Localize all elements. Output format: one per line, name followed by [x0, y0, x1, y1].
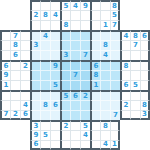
- cell-r10c12[interactable]: [110, 90, 120, 100]
- cell-r10c6[interactable]: [50, 90, 60, 100]
- cell-r11c9[interactable]: [80, 100, 90, 110]
- cell-r9c9[interactable]: [80, 80, 90, 90]
- given-digit-r14c5[interactable]: 5: [40, 130, 50, 140]
- void-corner: [20, 0, 30, 10]
- cell-r7c5[interactable]: [40, 60, 50, 70]
- void-corner: [0, 130, 10, 140]
- given-digit-r2c4[interactable]: 2: [30, 10, 40, 20]
- cell-r9c3[interactable]: [20, 80, 30, 90]
- cell-r3c10[interactable]: [90, 20, 100, 30]
- cell-r7c12[interactable]: [110, 60, 120, 70]
- given-digit-r12c12[interactable]: 7: [110, 110, 120, 120]
- cell-r11c10[interactable]: [90, 100, 100, 110]
- given-digit-r3c11[interactable]: 1: [100, 20, 110, 30]
- cell-r12c7[interactable]: [60, 110, 70, 120]
- void-corner: [20, 120, 30, 130]
- void-corner: [20, 140, 30, 150]
- cell-r6c6[interactable]: [50, 50, 60, 60]
- cell-r10c15[interactable]: [140, 90, 150, 100]
- given-digit-r12c1[interactable]: 7: [0, 110, 10, 120]
- given-digit-r1c8[interactable]: 4: [70, 0, 80, 10]
- cell-r6c5[interactable]: [40, 50, 50, 60]
- cell-r12c8[interactable]: [70, 110, 80, 120]
- given-digit-r6c2[interactable]: 6: [10, 50, 20, 60]
- given-digit-r9c14[interactable]: 5: [130, 80, 140, 90]
- cell-r13c8[interactable]: [70, 120, 80, 130]
- cell-r8c5[interactable]: [40, 70, 50, 80]
- void-corner: [0, 10, 10, 20]
- void-corner: [0, 20, 10, 30]
- cell-r2c7[interactable]: [60, 10, 70, 20]
- cell-r4c12[interactable]: [110, 30, 120, 40]
- cell-r4c4[interactable]: [30, 30, 40, 40]
- cell-r9c12[interactable]: [110, 80, 120, 90]
- cell-r6c8[interactable]: [70, 50, 80, 60]
- cell-r4c10[interactable]: [90, 30, 100, 40]
- cell-r2c8[interactable]: [70, 10, 80, 20]
- cell-r13c5[interactable]: [40, 120, 50, 130]
- given-digit-r5c2[interactable]: 8: [10, 40, 20, 50]
- cell-r8c15[interactable]: [140, 70, 150, 80]
- cell-r10c2[interactable]: [10, 90, 20, 100]
- given-digit-r15c12[interactable]: 1: [110, 140, 120, 150]
- cell-r8c14[interactable]: [130, 70, 140, 80]
- given-digit-r5c4[interactable]: 3: [30, 40, 40, 50]
- given-digit-r3c12[interactable]: 7: [110, 20, 120, 30]
- cell-r5c8[interactable]: [70, 40, 80, 50]
- given-digit-r1c12[interactable]: 8: [110, 0, 120, 10]
- cell-r11c2[interactable]: [10, 100, 20, 110]
- cell-r11c4[interactable]: [30, 100, 40, 110]
- void-corner: [0, 120, 10, 130]
- cell-r6c12[interactable]: [110, 50, 120, 60]
- cell-r4c3[interactable]: [20, 30, 30, 40]
- cell-r4c6[interactable]: [50, 30, 60, 40]
- given-digit-r12c3[interactable]: 6: [20, 110, 30, 120]
- cell-r11c7[interactable]: [60, 100, 70, 110]
- given-digit-r7c1[interactable]: 6: [0, 60, 10, 70]
- cell-r5c3[interactable]: [20, 40, 30, 50]
- given-digit-r6c7[interactable]: 3: [60, 50, 70, 60]
- cell-r1c10[interactable]: [90, 0, 100, 10]
- cell-r3c9[interactable]: [80, 20, 90, 30]
- given-digit-r8c10[interactable]: 8: [90, 70, 100, 80]
- given-digit-r8c8[interactable]: 7: [70, 70, 80, 80]
- given-digit-r12c2[interactable]: 2: [10, 110, 20, 120]
- cell-r7c15[interactable]: [140, 60, 150, 70]
- cell-r12c14[interactable]: [130, 110, 140, 120]
- void-corner: [130, 130, 140, 140]
- cell-r8c9[interactable]: [80, 70, 90, 80]
- cell-r5c7[interactable]: [60, 40, 70, 50]
- void-corner: [10, 130, 20, 140]
- cell-r14c11[interactable]: [100, 130, 110, 140]
- given-digit-r9c10[interactable]: 1: [90, 80, 100, 90]
- cell-r4c9[interactable]: [80, 30, 90, 40]
- given-digit-r4c5[interactable]: 4: [40, 30, 50, 40]
- given-digit-r13c7[interactable]: 2: [60, 120, 70, 130]
- given-digit-r5c14[interactable]: 7: [130, 40, 140, 50]
- cell-r14c8[interactable]: [70, 130, 80, 140]
- cell-r11c11[interactable]: [100, 100, 110, 110]
- void-corner: [130, 140, 140, 150]
- cell-r8c3[interactable]: [20, 70, 30, 80]
- given-digit-r4c13[interactable]: 4: [120, 30, 130, 40]
- void-corner: [10, 140, 20, 150]
- sudoku-board: 5498284581774486838763746296897815165562…: [0, 0, 150, 150]
- cell-r3c6[interactable]: [50, 20, 60, 30]
- cell-r4c11[interactable]: [100, 30, 110, 40]
- given-digit-r13c11[interactable]: 8: [100, 120, 110, 130]
- cell-r7c7[interactable]: [60, 60, 70, 70]
- given-digit-r15c11[interactable]: 4: [100, 140, 110, 150]
- cell-r2c9[interactable]: [80, 10, 90, 20]
- cell-r11c12[interactable]: [110, 100, 120, 110]
- void-corner: [130, 20, 140, 30]
- void-corner: [10, 10, 20, 20]
- cell-r14c12[interactable]: [110, 130, 120, 140]
- void-corner: [120, 130, 130, 140]
- void-corner: [140, 10, 150, 20]
- void-corner: [10, 0, 20, 10]
- void-corner: [0, 0, 10, 10]
- given-digit-r6c11[interactable]: 4: [100, 50, 110, 60]
- cell-r12c11[interactable]: [100, 110, 110, 120]
- given-digit-r2c12[interactable]: 5: [110, 10, 120, 20]
- cell-r9c5[interactable]: [40, 80, 50, 90]
- given-digit-r6c9[interactable]: 7: [80, 50, 90, 60]
- cell-r4c1[interactable]: [0, 30, 10, 40]
- cell-r15c9[interactable]: [80, 140, 90, 150]
- cell-r14c10[interactable]: [90, 130, 100, 140]
- void-corner: [140, 120, 150, 130]
- given-digit-r14c9[interactable]: 4: [80, 130, 90, 140]
- cell-r6c1[interactable]: [0, 50, 10, 60]
- cell-r15c8[interactable]: [70, 140, 80, 150]
- cell-r10c13[interactable]: [120, 90, 130, 100]
- cell-r10c10[interactable]: [90, 90, 100, 100]
- cell-r8c13[interactable]: [120, 70, 130, 80]
- cell-r11c14[interactable]: [130, 100, 140, 110]
- void-corner: [130, 10, 140, 20]
- cell-r15c5[interactable]: [40, 140, 50, 150]
- given-digit-r9c1[interactable]: 1: [0, 80, 10, 90]
- cell-r15c7[interactable]: [60, 140, 70, 150]
- cell-r3c8[interactable]: [70, 20, 80, 30]
- given-digit-r1c9[interactable]: 9: [80, 0, 90, 10]
- cell-r5c15[interactable]: [140, 40, 150, 50]
- given-digit-r7c6[interactable]: 9: [50, 60, 60, 70]
- cell-r10c1[interactable]: [0, 90, 10, 100]
- cell-r7c11[interactable]: [100, 60, 110, 70]
- cell-r5c13[interactable]: [120, 40, 130, 50]
- cell-r13c10[interactable]: [90, 120, 100, 130]
- cell-r10c14[interactable]: [130, 90, 140, 100]
- given-digit-r13c9[interactable]: 5: [80, 120, 90, 130]
- void-corner: [120, 120, 130, 130]
- given-digit-r2c6[interactable]: 4: [50, 10, 60, 20]
- cell-r12c9[interactable]: [80, 110, 90, 120]
- given-digit-r10c9[interactable]: 2: [80, 90, 90, 100]
- given-digit-r15c4[interactable]: 6: [30, 140, 40, 150]
- cell-r4c7[interactable]: [60, 30, 70, 40]
- void-corner: [140, 20, 150, 30]
- given-digit-r5c11[interactable]: 8: [100, 40, 110, 50]
- given-digit-r13c4[interactable]: 3: [30, 120, 40, 130]
- given-digit-r4c15[interactable]: 6: [140, 30, 150, 40]
- cell-r9c8[interactable]: [70, 80, 80, 90]
- cell-r13c6[interactable]: [50, 120, 60, 130]
- cell-r6c14[interactable]: [130, 50, 140, 60]
- given-digit-r10c7[interactable]: 5: [60, 90, 70, 100]
- cell-r8c2[interactable]: [10, 70, 20, 80]
- cell-r10c5[interactable]: [40, 90, 50, 100]
- cell-r4c8[interactable]: [70, 30, 80, 40]
- cell-r6c4[interactable]: [30, 50, 40, 60]
- void-corner: [10, 120, 20, 130]
- cell-r6c3[interactable]: [20, 50, 30, 60]
- cell-r14c7[interactable]: [60, 130, 70, 140]
- void-corner: [120, 10, 130, 20]
- cell-r6c13[interactable]: [120, 50, 130, 60]
- cell-r14c6[interactable]: [50, 130, 60, 140]
- cell-r8c11[interactable]: [100, 70, 110, 80]
- cell-r9c15[interactable]: [140, 80, 150, 90]
- cell-r9c11[interactable]: [100, 80, 110, 90]
- void-corner: [140, 0, 150, 10]
- cell-r10c3[interactable]: [20, 90, 30, 100]
- given-digit-r8c1[interactable]: 9: [0, 70, 10, 80]
- cell-r1c6[interactable]: [50, 0, 60, 10]
- given-digit-r11c3[interactable]: 4: [20, 100, 30, 110]
- cell-r10c4[interactable]: [30, 90, 40, 100]
- given-digit-r11c15[interactable]: 8: [140, 100, 150, 110]
- void-corner: [140, 140, 150, 150]
- cell-r12c13[interactable]: [120, 110, 130, 120]
- cell-r10c11[interactable]: [100, 90, 110, 100]
- given-digit-r2c5[interactable]: 8: [40, 10, 50, 20]
- cell-r1c11[interactable]: [100, 0, 110, 10]
- cell-r8c6[interactable]: [50, 70, 60, 80]
- given-digit-r10c8[interactable]: 6: [70, 90, 80, 100]
- void-corner: [20, 10, 30, 20]
- given-digit-r9c6[interactable]: 5: [50, 80, 60, 90]
- cell-r2c10[interactable]: [90, 10, 100, 20]
- cell-r2c11[interactable]: [100, 10, 110, 20]
- void-corner: [120, 20, 130, 30]
- cell-r3c4[interactable]: [30, 20, 40, 30]
- void-corner: [130, 120, 140, 130]
- void-corner: [140, 130, 150, 140]
- cell-r11c1[interactable]: [0, 100, 10, 110]
- void-corner: [120, 0, 130, 10]
- given-digit-r12c15[interactable]: 3: [140, 110, 150, 120]
- cell-r12c6[interactable]: [50, 110, 60, 120]
- cell-r15c10[interactable]: [90, 140, 100, 150]
- cell-r1c5[interactable]: [40, 0, 50, 10]
- given-digit-r11c13[interactable]: 2: [120, 100, 130, 110]
- cell-r5c6[interactable]: [50, 40, 60, 50]
- cell-r8c4[interactable]: [30, 70, 40, 80]
- given-digit-r4c2[interactable]: 7: [10, 30, 20, 40]
- cell-r5c5[interactable]: [40, 40, 50, 50]
- cell-r6c15[interactable]: [140, 50, 150, 60]
- cell-r1c4[interactable]: [30, 0, 40, 10]
- given-digit-r11c5[interactable]: 8: [40, 100, 50, 110]
- given-digit-r7c10[interactable]: 6: [90, 60, 100, 70]
- void-corner: [20, 130, 30, 140]
- void-corner: [120, 140, 130, 150]
- cell-r11c8[interactable]: [70, 100, 80, 110]
- cell-r15c6[interactable]: [50, 140, 60, 150]
- cell-r5c9[interactable]: [80, 40, 90, 50]
- given-digit-r3c7[interactable]: 8: [60, 20, 70, 30]
- cell-r7c8[interactable]: [70, 60, 80, 70]
- given-digit-r14c4[interactable]: 9: [30, 130, 40, 140]
- void-corner: [0, 140, 10, 150]
- cell-r6c10[interactable]: [90, 50, 100, 60]
- cell-r12c5[interactable]: [40, 110, 50, 120]
- cell-r3c5[interactable]: [40, 20, 50, 30]
- given-digit-r4c14[interactable]: 8: [130, 30, 140, 40]
- cell-r12c4[interactable]: [30, 110, 40, 120]
- cell-r5c10[interactable]: [90, 40, 100, 50]
- given-digit-r9c13[interactable]: 6: [120, 80, 130, 90]
- cell-r13c12[interactable]: [110, 120, 120, 130]
- cell-r9c7[interactable]: [60, 80, 70, 90]
- cell-r7c14[interactable]: [130, 60, 140, 70]
- given-digit-r11c6[interactable]: 6: [50, 100, 60, 110]
- void-corner: [10, 20, 20, 30]
- cell-r7c4[interactable]: [30, 60, 40, 70]
- void-corner: [130, 0, 140, 10]
- cell-r9c2[interactable]: [10, 80, 20, 90]
- cell-r8c12[interactable]: [110, 70, 120, 80]
- cell-r8c7[interactable]: [60, 70, 70, 80]
- cell-r5c12[interactable]: [110, 40, 120, 50]
- void-corner: [20, 20, 30, 30]
- given-digit-r1c7[interactable]: 5: [60, 0, 70, 10]
- cell-r7c9[interactable]: [80, 60, 90, 70]
- given-digit-r7c13[interactable]: 8: [120, 60, 130, 70]
- cell-r12c10[interactable]: [90, 110, 100, 120]
- given-digit-r7c3[interactable]: 2: [20, 60, 30, 70]
- cell-r7c2[interactable]: [10, 60, 20, 70]
- cell-r9c4[interactable]: [30, 80, 40, 90]
- cell-r5c1[interactable]: [0, 40, 10, 50]
